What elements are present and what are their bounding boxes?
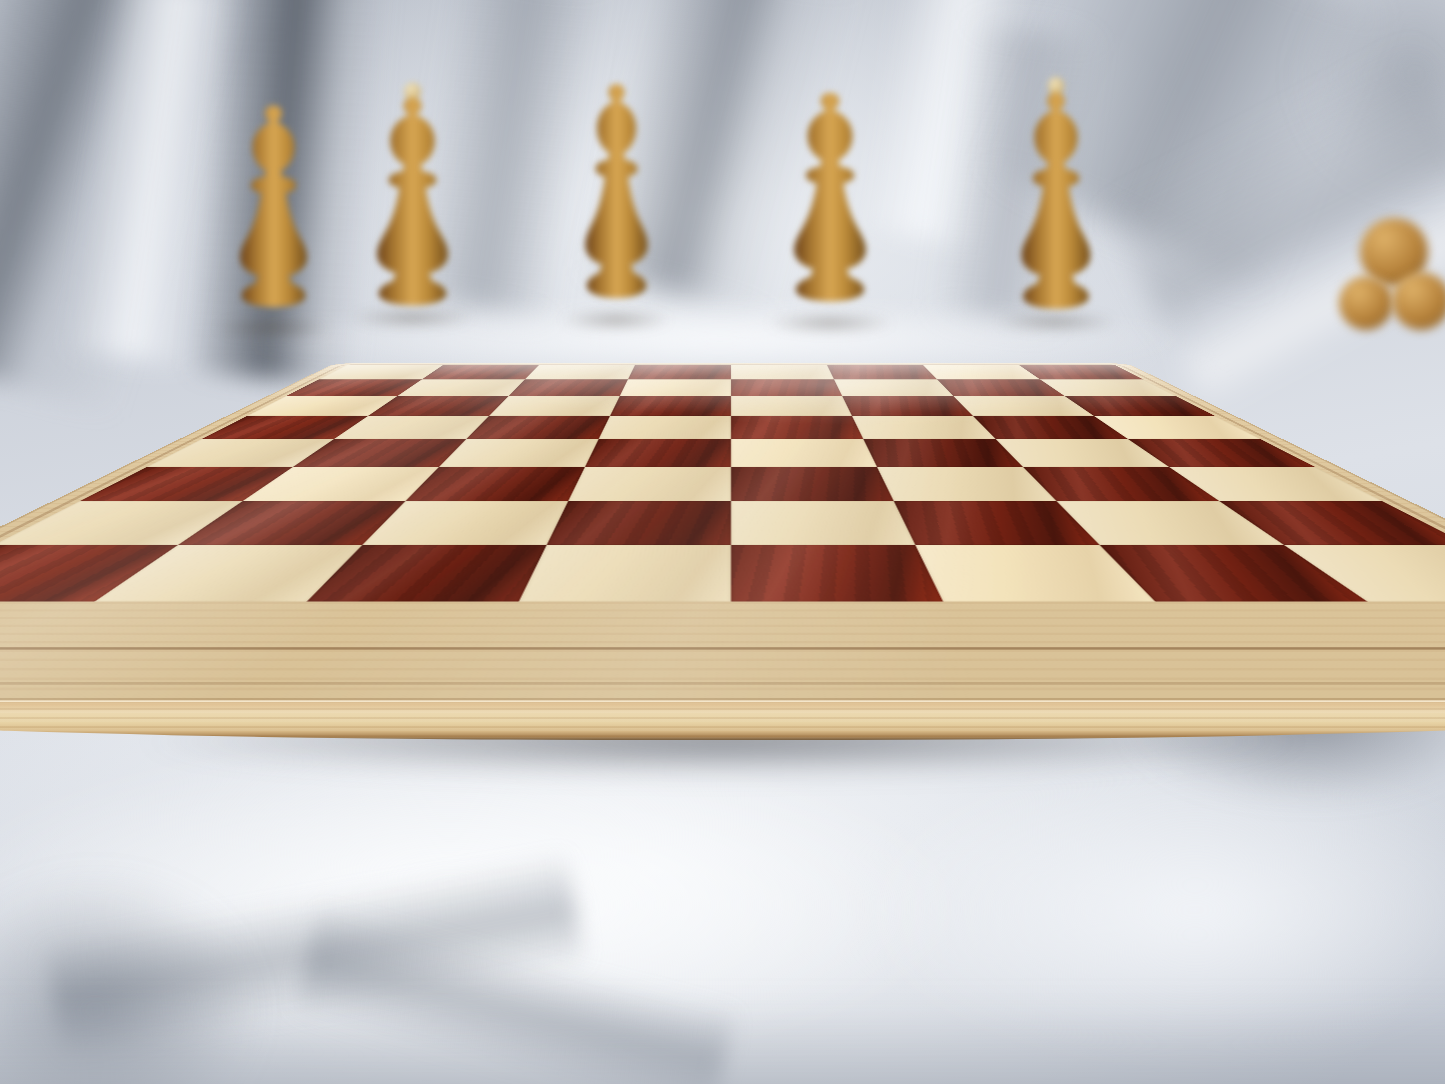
satin-fold (0, 1005, 1445, 1084)
background-piece-5-queen (1008, 72, 1104, 322)
chessboard-front-edge (0, 699, 1445, 740)
gold-piece-top-ball (1392, 272, 1445, 330)
satin-fold (1300, 0, 1445, 190)
satin-fold (858, 0, 1033, 249)
background-piece-4-bishop (780, 82, 880, 323)
background-piece-1-bishop (227, 95, 320, 328)
satin-fold (0, 0, 235, 415)
chessboard (0, 363, 1445, 700)
satin-fold (0, 875, 260, 1084)
chessboard-photo-scene (0, 0, 1445, 1084)
background-piece-2-queen (363, 78, 462, 318)
satin-highlight-pool (850, 760, 1445, 1060)
background-piece-3-bishop (573, 73, 660, 320)
chessboard-top-surface (0, 363, 1445, 700)
cream-finial (1048, 77, 1064, 96)
board-gloss-sheen (0, 363, 1445, 700)
satin-fold (44, 850, 587, 1060)
gold-piece-top-ball (1339, 276, 1393, 330)
satin-fold (292, 905, 737, 1084)
satin-fold (64, 0, 246, 367)
